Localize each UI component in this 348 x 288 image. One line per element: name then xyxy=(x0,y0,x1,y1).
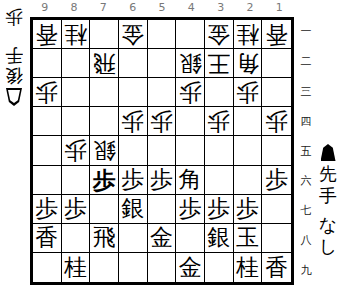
square-27[interactable]: 歩 xyxy=(234,195,263,224)
square-67[interactable]: 銀 xyxy=(119,195,148,224)
rank-label-3: 三 xyxy=(299,77,313,107)
square-58[interactable]: 金 xyxy=(148,224,177,253)
square-12[interactable] xyxy=(262,49,291,78)
gote-piece: 歩 xyxy=(265,110,288,133)
rank-label-7: 七 xyxy=(299,196,313,226)
sente-piece: 歩 xyxy=(265,168,288,191)
square-88[interactable] xyxy=(62,224,91,253)
square-42[interactable]: 銀 xyxy=(176,49,205,78)
rank-label-2: 二 xyxy=(299,47,313,77)
file-label-6: 6 xyxy=(118,0,147,15)
square-29[interactable]: 桂 xyxy=(234,253,263,282)
gote-piece: 香 xyxy=(35,23,58,46)
square-97[interactable]: 歩 xyxy=(33,195,62,224)
sente-hand-panel: 先手なし xyxy=(315,144,341,257)
gote-piece: 金 xyxy=(207,23,230,46)
sente-piece: 歩 xyxy=(236,197,259,220)
square-19[interactable]: 香 xyxy=(262,253,291,282)
square-69[interactable] xyxy=(119,253,148,282)
sente-piece: 歩 xyxy=(35,197,58,220)
gote-piece: 角 xyxy=(236,52,259,75)
square-95[interactable] xyxy=(33,136,62,165)
gote-piece: 香 xyxy=(265,23,288,46)
square-86[interactable] xyxy=(62,166,91,195)
square-51[interactable] xyxy=(148,20,177,49)
square-77[interactable] xyxy=(90,195,119,224)
gote-piece: 歩 xyxy=(179,81,202,104)
sente-pentagon-icon xyxy=(321,144,336,161)
file-labels: 987654321 xyxy=(30,0,294,15)
sente-piece: 歩 xyxy=(121,168,144,191)
file-label-3: 3 xyxy=(206,0,235,15)
sente-piece: 桂 xyxy=(64,256,87,279)
square-35[interactable] xyxy=(205,136,234,165)
square-73[interactable] xyxy=(90,78,119,107)
square-14[interactable]: 歩 xyxy=(262,107,291,136)
rank-label-5: 五 xyxy=(299,136,313,166)
square-92[interactable] xyxy=(33,49,62,78)
square-38[interactable]: 銀 xyxy=(205,224,234,253)
square-87[interactable]: 歩 xyxy=(62,195,91,224)
square-71[interactable] xyxy=(90,20,119,49)
rank-labels: 一二三四五六七八九 xyxy=(299,17,313,285)
gote-piece: 金 xyxy=(121,23,144,46)
sente-piece: 玉 xyxy=(236,226,259,249)
gote-hand-panel: 歩手後 xyxy=(2,6,26,106)
square-46[interactable]: 角 xyxy=(176,166,205,195)
gote-piece: 銀 xyxy=(93,139,116,162)
sente-piece: 歩 xyxy=(179,197,202,220)
square-17[interactable] xyxy=(262,195,291,224)
square-61[interactable]: 金 xyxy=(119,20,148,49)
gote-piece: 歩 xyxy=(150,110,173,133)
square-32[interactable]: 王 xyxy=(205,49,234,78)
square-33[interactable] xyxy=(205,78,234,107)
square-78[interactable]: 飛 xyxy=(90,224,119,253)
square-45[interactable] xyxy=(176,136,205,165)
square-44[interactable] xyxy=(176,107,205,136)
square-96[interactable] xyxy=(33,166,62,195)
square-83[interactable] xyxy=(62,78,91,107)
gote-pentagon-icon xyxy=(6,88,22,106)
square-43[interactable]: 歩 xyxy=(176,78,205,107)
square-18[interactable] xyxy=(262,224,291,253)
gote-name-char: 手 xyxy=(5,44,23,66)
square-82[interactable] xyxy=(62,49,91,78)
square-28[interactable]: 玉 xyxy=(234,224,263,253)
square-89[interactable]: 桂 xyxy=(62,253,91,282)
sente-piece: 歩 xyxy=(64,197,87,220)
file-label-8: 8 xyxy=(59,0,88,15)
sente-piece: 銀 xyxy=(121,197,144,220)
square-62[interactable] xyxy=(119,49,148,78)
square-72[interactable]: 飛 xyxy=(90,49,119,78)
square-31[interactable]: 金 xyxy=(205,20,234,49)
square-98[interactable]: 香 xyxy=(33,224,62,253)
square-68[interactable] xyxy=(119,224,148,253)
rank-label-4: 四 xyxy=(299,106,313,136)
file-label-2: 2 xyxy=(235,0,264,15)
sente-piece: 金 xyxy=(179,256,202,279)
square-84[interactable] xyxy=(62,107,91,136)
square-85[interactable]: 歩 xyxy=(62,136,91,165)
square-91[interactable]: 香 xyxy=(33,20,62,49)
square-65[interactable] xyxy=(119,136,148,165)
file-label-1: 1 xyxy=(265,0,294,15)
sente-hand-piece-char: し xyxy=(319,236,337,258)
square-79[interactable] xyxy=(90,253,119,282)
gote-name-char: 後 xyxy=(5,65,23,87)
sente-name-char: 手 xyxy=(319,185,337,207)
sente-piece: 香 xyxy=(35,226,58,249)
square-11[interactable]: 香 xyxy=(262,20,291,49)
square-74[interactable] xyxy=(90,107,119,136)
square-37[interactable]: 歩 xyxy=(205,195,234,224)
gote-piece: 王 xyxy=(207,52,230,75)
sente-piece: 角 xyxy=(179,168,202,191)
square-26[interactable] xyxy=(234,166,263,195)
sente-piece: 金 xyxy=(150,226,173,249)
square-36[interactable] xyxy=(205,166,234,195)
square-24[interactable] xyxy=(234,107,263,136)
gote-hand-piece-char: 歩 xyxy=(5,6,23,28)
square-64[interactable]: 歩 xyxy=(119,107,148,136)
square-15[interactable] xyxy=(262,136,291,165)
sente-piece: 歩 xyxy=(93,168,116,191)
square-75[interactable]: 銀 xyxy=(90,136,119,165)
file-label-7: 7 xyxy=(89,0,118,15)
gote-piece: 歩 xyxy=(35,81,58,104)
sente-piece: 歩 xyxy=(150,168,173,191)
square-93[interactable]: 歩 xyxy=(33,78,62,107)
sente-piece: 香 xyxy=(265,256,288,279)
square-39[interactable] xyxy=(205,253,234,282)
square-34[interactable]: 歩 xyxy=(205,107,234,136)
square-99[interactable] xyxy=(33,253,62,282)
gote-piece: 銀 xyxy=(179,52,202,75)
file-label-4: 4 xyxy=(177,0,206,15)
rank-label-1: 一 xyxy=(299,17,313,47)
square-53[interactable] xyxy=(148,78,177,107)
square-47[interactable]: 歩 xyxy=(176,195,205,224)
file-label-5: 5 xyxy=(147,0,176,15)
square-16[interactable]: 歩 xyxy=(262,166,291,195)
sente-piece: 飛 xyxy=(93,226,116,249)
gote-piece: 飛 xyxy=(93,52,116,75)
square-59[interactable] xyxy=(148,253,177,282)
file-label-9: 9 xyxy=(30,0,59,15)
square-76[interactable]: 歩 xyxy=(90,166,119,195)
square-63[interactable] xyxy=(119,78,148,107)
square-94[interactable] xyxy=(33,107,62,136)
square-21[interactable]: 桂 xyxy=(234,20,263,49)
rank-label-9: 九 xyxy=(299,255,313,285)
rank-label-6: 六 xyxy=(299,166,313,196)
square-41[interactable] xyxy=(176,20,205,49)
gote-piece: 歩 xyxy=(64,139,87,162)
square-56[interactable]: 歩 xyxy=(148,166,177,195)
rank-label-8: 八 xyxy=(299,225,313,255)
sente-name-char: 先 xyxy=(319,163,337,185)
square-54[interactable]: 歩 xyxy=(148,107,177,136)
square-22[interactable]: 角 xyxy=(234,49,263,78)
square-66[interactable]: 歩 xyxy=(119,166,148,195)
square-81[interactable]: 桂 xyxy=(62,20,91,49)
board: 香桂金金桂香飛銀王角歩歩歩歩歩歩歩歩銀歩歩歩角歩歩歩銀歩歩歩香飛金銀玉桂金桂香 xyxy=(30,17,294,285)
square-49[interactable]: 金 xyxy=(176,253,205,282)
sente-piece: 歩 xyxy=(207,197,230,220)
gote-piece: 歩 xyxy=(207,110,230,133)
square-13[interactable] xyxy=(262,78,291,107)
sente-piece: 銀 xyxy=(207,226,230,249)
square-55[interactable] xyxy=(148,136,177,165)
gote-piece: 桂 xyxy=(64,23,87,46)
sente-piece: 桂 xyxy=(236,256,259,279)
square-57[interactable] xyxy=(148,195,177,224)
square-52[interactable] xyxy=(148,49,177,78)
shogi-diagram: 987654321 香桂金金桂香飛銀王角歩歩歩歩歩歩歩歩銀歩歩歩角歩歩歩銀歩歩歩… xyxy=(0,0,348,288)
square-48[interactable] xyxy=(176,224,205,253)
sente-hand-piece-char: な xyxy=(319,214,337,236)
square-23[interactable]: 歩 xyxy=(234,78,263,107)
gote-piece: 歩 xyxy=(236,81,259,104)
gote-piece: 桂 xyxy=(236,23,259,46)
gote-piece: 歩 xyxy=(121,110,144,133)
square-25[interactable] xyxy=(234,136,263,165)
